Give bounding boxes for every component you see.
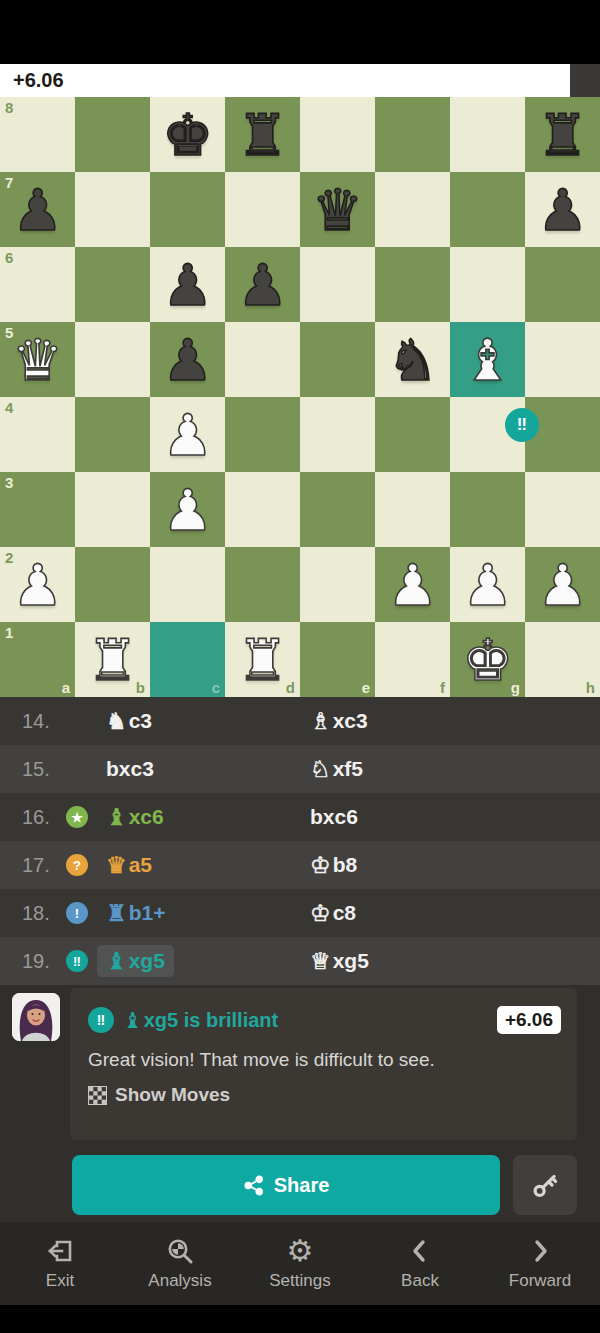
square-f5[interactable]: ♞	[375, 322, 450, 397]
file-label-c: c	[212, 679, 220, 696]
square-f6[interactable]	[375, 247, 450, 322]
square-h6[interactable]	[525, 247, 600, 322]
square-h5[interactable]	[525, 322, 600, 397]
square-c5[interactable]: ♟	[150, 322, 225, 397]
file-label-f: f	[440, 679, 445, 696]
square-e5[interactable]	[300, 322, 375, 397]
black-piece-h7[interactable]: ♟	[525, 172, 600, 247]
square-h4[interactable]	[525, 397, 600, 472]
square-e2[interactable]	[300, 547, 375, 622]
square-b7[interactable]	[75, 172, 150, 247]
nav-exit-label: Exit	[46, 1271, 74, 1291]
black-piece-f5[interactable]: ♞	[375, 322, 450, 397]
home-gesture-bar	[0, 1305, 600, 1333]
square-c7[interactable]	[150, 172, 225, 247]
square-a2[interactable]: 2♟	[0, 547, 75, 622]
square-e4[interactable]	[300, 397, 375, 472]
square-d3[interactable]	[225, 472, 300, 547]
chevron-left-icon	[406, 1236, 434, 1266]
rank-label-5: 5	[5, 324, 13, 341]
square-a5[interactable]: 5♛	[0, 322, 75, 397]
white-piece-g2[interactable]: ♟	[450, 547, 525, 622]
file-label-a: a	[62, 679, 70, 696]
move-number: 19.	[0, 950, 66, 973]
move-number: 18.	[0, 902, 66, 925]
move-black-xg5[interactable]: ♕xg5	[310, 948, 369, 974]
gear-icon: ⚙	[287, 1236, 314, 1266]
key-button[interactable]	[513, 1155, 577, 1215]
move-white-xg5[interactable]: ♝xg5	[97, 945, 174, 977]
file-label-h: h	[586, 679, 595, 696]
show-moves-button[interactable]: Show Moves	[88, 1084, 561, 1106]
analysis-comment-section: ‼ ♝ xg5 is brilliant +6.06 Great vision!…	[0, 985, 600, 1222]
square-g6[interactable]	[450, 247, 525, 322]
black-piece-c5[interactable]: ♟	[150, 322, 225, 397]
black-piece-d6[interactable]: ♟	[225, 247, 300, 322]
move-row-16: 16.★♝xc6bxc6	[0, 793, 600, 841]
avatar-illustration	[12, 993, 60, 1041]
move-black-c8[interactable]: ♔c8	[310, 900, 356, 926]
status-bar	[0, 0, 600, 64]
file-label-d: d	[286, 679, 295, 696]
nav-forward-label: Forward	[509, 1271, 571, 1291]
square-c2[interactable]	[150, 547, 225, 622]
square-d1[interactable]: d♜	[225, 622, 300, 697]
best-move-badge-icon: ★	[66, 806, 88, 828]
piece-figurine-icon: ♝	[106, 804, 127, 830]
square-g5[interactable]: ♝	[450, 322, 525, 397]
square-e8[interactable]	[300, 97, 375, 172]
move-number: 16.	[0, 806, 66, 829]
rank-label-3: 3	[5, 474, 13, 491]
feedback-title: ♝ xg5 is brilliant	[123, 1008, 278, 1033]
white-piece-h2[interactable]: ♟	[525, 547, 600, 622]
square-g7[interactable]	[450, 172, 525, 247]
file-label-e: e	[362, 679, 370, 696]
brilliant-move-badge-icon: ‼	[66, 950, 88, 972]
square-c4[interactable]: ♟	[150, 397, 225, 472]
square-a3[interactable]: 3	[0, 472, 75, 547]
share-icon	[243, 1175, 264, 1196]
brilliant-move-badge: ‼	[505, 408, 539, 442]
bishop-figurine-icon: ♝	[123, 1008, 143, 1033]
square-g3[interactable]	[450, 472, 525, 547]
rank-label-4: 4	[5, 399, 13, 416]
nav-back-button[interactable]: Back	[360, 1222, 480, 1305]
nav-settings-button[interactable]: ⚙ Settings	[240, 1222, 360, 1305]
brilliant-badge-icon: ‼	[88, 1007, 114, 1033]
rank-label-1: 1	[5, 624, 13, 641]
move-row-15: 15.bxc3♘xf5	[0, 745, 600, 793]
square-a7[interactable]: 7♟	[0, 172, 75, 247]
square-b1[interactable]: b♜	[75, 622, 150, 697]
square-a6[interactable]: 6	[0, 247, 75, 322]
square-d5[interactable]	[225, 322, 300, 397]
nav-settings-label: Settings	[269, 1271, 330, 1291]
chevron-right-icon	[526, 1236, 554, 1266]
move-white-bxc3[interactable]: bxc3	[106, 757, 154, 781]
move-black-xf5[interactable]: ♘xf5	[310, 756, 363, 782]
rank-label-2: 2	[5, 549, 13, 566]
square-b6[interactable]	[75, 247, 150, 322]
square-d4[interactable]	[225, 397, 300, 472]
white-piece-f2[interactable]: ♟	[375, 547, 450, 622]
move-white-a5[interactable]: ♛a5	[106, 852, 152, 878]
black-piece-h8[interactable]: ♜	[525, 97, 600, 172]
square-h8[interactable]: ♜	[525, 97, 600, 172]
piece-figurine-icon: ♝	[106, 948, 127, 974]
piece-figurine-icon: ♗	[310, 708, 331, 734]
square-g2[interactable]: ♟	[450, 547, 525, 622]
move-number: 17.	[0, 854, 66, 877]
move-row-17: 17.?♛a5♔b8	[0, 841, 600, 889]
evaluation-bar: +6.06	[0, 64, 600, 97]
square-f2[interactable]: ♟	[375, 547, 450, 622]
analysis-icon	[166, 1236, 194, 1266]
black-piece-d8[interactable]: ♜	[225, 97, 300, 172]
piece-figurine-icon: ♛	[106, 852, 127, 878]
evaluation-bar-black-segment	[570, 64, 600, 97]
eval-pill: +6.06	[497, 1006, 561, 1034]
file-label-g: g	[511, 679, 520, 696]
mistake-move-badge-icon: ?	[66, 854, 88, 876]
piece-figurine-icon: ♔	[310, 900, 331, 926]
square-e7[interactable]: ♛	[300, 172, 375, 247]
rank-label-6: 6	[5, 249, 13, 266]
file-label-b: b	[136, 679, 145, 696]
coach-avatar	[12, 993, 60, 1041]
square-d8[interactable]: ♜	[225, 97, 300, 172]
bottom-navigation: Exit Analysis ⚙ Settings Back	[0, 1222, 600, 1305]
square-f3[interactable]	[375, 472, 450, 547]
nav-back-label: Back	[401, 1271, 439, 1291]
move-white-xc6[interactable]: ♝xc6	[106, 804, 164, 830]
square-e6[interactable]	[300, 247, 375, 322]
square-d7[interactable]	[225, 172, 300, 247]
rank-label-7: 7	[5, 174, 13, 191]
move-number: 14.	[0, 710, 66, 733]
square-h1[interactable]: h	[525, 622, 600, 697]
rank-label-8: 8	[5, 99, 13, 116]
nav-analysis-button[interactable]: Analysis	[120, 1222, 240, 1305]
square-a8[interactable]: 8	[0, 97, 75, 172]
move-number: 15.	[0, 758, 66, 781]
square-a1[interactable]: 1a	[0, 622, 75, 697]
square-c8[interactable]: ♚	[150, 97, 225, 172]
nav-exit-button[interactable]: Exit	[0, 1222, 120, 1305]
piece-figurine-icon: ♕	[310, 948, 331, 974]
square-e3[interactable]	[300, 472, 375, 547]
square-d6[interactable]: ♟	[225, 247, 300, 322]
piece-figurine-icon: ♔	[310, 852, 331, 878]
checkerboard-icon	[88, 1086, 107, 1105]
evaluation-score: +6.06	[13, 64, 64, 97]
move-white-b1+[interactable]: ♜b1+	[106, 900, 165, 926]
square-b4[interactable]	[75, 397, 150, 472]
square-d2[interactable]	[225, 547, 300, 622]
white-piece-g5[interactable]: ♝	[450, 322, 525, 397]
square-g8[interactable]	[450, 97, 525, 172]
feedback-title-text: xg5 is brilliant	[144, 1009, 278, 1032]
square-c3[interactable]: ♟	[150, 472, 225, 547]
move-row-14: 14.♞c3♗xc3	[0, 697, 600, 745]
square-h7[interactable]: ♟	[525, 172, 600, 247]
move-row-18: 18.!♜b1+♔c8	[0, 889, 600, 937]
move-row-19: 19.‼♝xg5♕xg5	[0, 937, 600, 985]
black-piece-c8[interactable]: ♚	[150, 97, 225, 172]
move-black-xc3[interactable]: ♗xc3	[310, 708, 368, 734]
good-move-badge-icon: !	[66, 902, 88, 924]
black-piece-c6[interactable]: ♟	[150, 247, 225, 322]
square-g1[interactable]: g♚	[450, 622, 525, 697]
square-c1[interactable]: c	[150, 622, 225, 697]
piece-figurine-icon: ♘	[310, 756, 331, 782]
exit-icon	[46, 1236, 74, 1266]
square-h3[interactable]	[525, 472, 600, 547]
nav-forward-button[interactable]: Forward	[480, 1222, 600, 1305]
square-b5[interactable]	[75, 322, 150, 397]
square-a4[interactable]: 4	[0, 397, 75, 472]
square-b2[interactable]	[75, 547, 150, 622]
chess-board[interactable]: 8♚♜♜7♟♛♟6♟♟5♛♟♞♝4♟3♟2♟♟♟♟1ab♜cd♜efg♚h‼	[0, 97, 600, 697]
square-b8[interactable]	[75, 97, 150, 172]
square-f1[interactable]: f	[375, 622, 450, 697]
square-f7[interactable]	[375, 172, 450, 247]
share-button[interactable]: Share	[72, 1155, 500, 1215]
square-h2[interactable]: ♟	[525, 547, 600, 622]
piece-figurine-icon: ♜	[106, 900, 127, 926]
square-b3[interactable]	[75, 472, 150, 547]
square-e1[interactable]: e	[300, 622, 375, 697]
square-f8[interactable]	[375, 97, 450, 172]
nav-analysis-label: Analysis	[148, 1271, 211, 1291]
move-white-c3[interactable]: ♞c3	[106, 708, 152, 734]
white-piece-c3[interactable]: ♟	[150, 472, 225, 547]
move-feedback-card: ‼ ♝ xg5 is brilliant +6.06 Great vision!…	[70, 988, 577, 1140]
move-black-bxc6[interactable]: bxc6	[310, 805, 358, 829]
square-f4[interactable]	[375, 397, 450, 472]
square-c6[interactable]: ♟	[150, 247, 225, 322]
white-piece-c4[interactable]: ♟	[150, 397, 225, 472]
feedback-body-text: Great vision! That move is difficult to …	[88, 1049, 561, 1071]
show-moves-label: Show Moves	[115, 1084, 230, 1106]
move-black-b8[interactable]: ♔b8	[310, 852, 357, 878]
move-list[interactable]: 14.♞c3♗xc315.bxc3♘xf516.★♝xc6bxc617.?♛a5…	[0, 697, 600, 985]
piece-figurine-icon: ♞	[106, 708, 127, 734]
share-label: Share	[274, 1174, 330, 1197]
black-piece-e7[interactable]: ♛	[300, 172, 375, 247]
key-icon	[531, 1171, 559, 1199]
